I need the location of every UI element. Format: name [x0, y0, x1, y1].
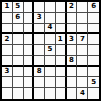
cell-r4c2[interactable]	[13, 34, 24, 45]
cell-r6c2[interactable]	[13, 56, 24, 67]
cell-r9c6[interactable]	[56, 88, 67, 99]
cell-r7c5[interactable]	[45, 67, 56, 78]
cell-r9c7[interactable]	[67, 88, 78, 99]
cell-r2c3[interactable]	[24, 13, 35, 24]
cell-r7c8[interactable]	[77, 67, 88, 78]
cell-r1c5[interactable]	[45, 2, 56, 13]
cell-r2c1[interactable]	[2, 13, 13, 24]
cell-r8c3[interactable]	[24, 77, 35, 88]
cell-r6c8[interactable]	[77, 56, 88, 67]
cell-r8c6[interactable]	[56, 77, 67, 88]
cell-r2c6[interactable]	[56, 13, 67, 24]
cell-r8c1[interactable]	[2, 77, 13, 88]
cell-r3c5[interactable]: 4	[45, 24, 56, 35]
cell-r5c1[interactable]	[2, 45, 13, 56]
cell-r4c6[interactable]: 1	[56, 34, 67, 45]
cell-r9c5[interactable]	[45, 88, 56, 99]
cell-r6c7[interactable]: 8	[67, 56, 78, 67]
cell-r1c1[interactable]: 1	[2, 2, 13, 13]
cell-r2c9[interactable]	[88, 13, 99, 24]
cell-r9c1[interactable]	[2, 88, 13, 99]
cell-r6c4[interactable]	[34, 56, 45, 67]
cell-r8c2[interactable]	[13, 77, 24, 88]
cell-r8c4[interactable]	[34, 77, 45, 88]
cell-r3c9[interactable]	[88, 24, 99, 35]
cell-r5c6[interactable]	[56, 45, 67, 56]
cell-r1c9[interactable]: 6	[88, 2, 99, 13]
cell-r1c6[interactable]	[56, 2, 67, 13]
cell-r4c3[interactable]	[24, 34, 35, 45]
cell-r3c3[interactable]	[24, 24, 35, 35]
cell-r7c3[interactable]	[24, 67, 35, 78]
cell-r8c9[interactable]: 5	[88, 77, 99, 88]
cell-r4c4[interactable]	[34, 34, 45, 45]
cell-r3c8[interactable]	[77, 24, 88, 35]
cell-r1c2[interactable]: 5	[13, 2, 24, 13]
cell-r2c7[interactable]	[67, 13, 78, 24]
cell-r4c9[interactable]	[88, 34, 99, 45]
cell-r7c6[interactable]	[56, 67, 67, 78]
cell-r7c4[interactable]: 8	[34, 67, 45, 78]
cell-r5c7[interactable]	[67, 45, 78, 56]
cell-r6c5[interactable]	[45, 56, 56, 67]
cell-r3c6[interactable]	[56, 24, 67, 35]
cell-r3c7[interactable]	[67, 24, 78, 35]
cell-r5c9[interactable]	[88, 45, 99, 56]
cell-r3c2[interactable]	[13, 24, 24, 35]
cell-r5c8[interactable]	[77, 45, 88, 56]
cell-r4c5[interactable]	[45, 34, 56, 45]
cell-r9c9[interactable]	[88, 88, 99, 99]
cell-r6c9[interactable]	[88, 56, 99, 67]
cell-r7c7[interactable]	[67, 67, 78, 78]
cell-r7c1[interactable]: 3	[2, 67, 13, 78]
cell-r2c4[interactable]: 3	[34, 13, 45, 24]
cell-r6c3[interactable]	[24, 56, 35, 67]
cell-r5c4[interactable]	[34, 45, 45, 56]
cell-r1c3[interactable]	[24, 2, 35, 13]
cell-r1c8[interactable]	[77, 2, 88, 13]
cell-r6c1[interactable]	[2, 56, 13, 67]
cell-r9c2[interactable]	[13, 88, 24, 99]
cell-r7c9[interactable]	[88, 67, 99, 78]
cell-r9c3[interactable]	[24, 88, 35, 99]
cell-r2c2[interactable]: 6	[13, 13, 24, 24]
cell-r8c7[interactable]	[67, 77, 78, 88]
cell-r8c5[interactable]	[45, 77, 56, 88]
cell-r9c8[interactable]: 4	[77, 88, 88, 99]
cell-r7c2[interactable]	[13, 67, 24, 78]
cell-r1c7[interactable]: 2	[67, 2, 78, 13]
cell-r1c4[interactable]	[34, 2, 45, 13]
cell-r3c1[interactable]	[2, 24, 13, 35]
cell-r8c8[interactable]	[77, 77, 88, 88]
cell-r2c5[interactable]	[45, 13, 56, 24]
cell-r5c3[interactable]	[24, 45, 35, 56]
cell-r4c8[interactable]: 7	[77, 34, 88, 45]
cell-r5c2[interactable]	[13, 45, 24, 56]
cell-r4c7[interactable]: 3	[67, 34, 78, 45]
cell-r9c4[interactable]	[34, 88, 45, 99]
cell-r4c1[interactable]: 2	[2, 34, 13, 45]
cell-r2c8[interactable]	[77, 13, 88, 24]
cell-r3c4[interactable]	[34, 24, 45, 35]
sudoku-board: 15266342137583854	[0, 0, 101, 101]
cell-r5c5[interactable]: 5	[45, 45, 56, 56]
cell-r6c6[interactable]	[56, 56, 67, 67]
